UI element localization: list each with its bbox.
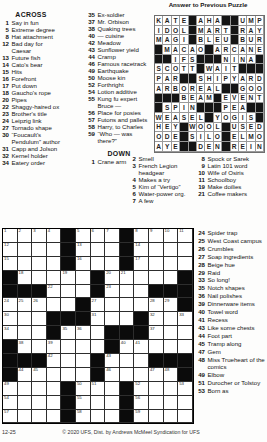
puzzle-cell[interactable]: 27: [91, 298, 106, 312]
puzzle-cell[interactable]: [164, 396, 179, 410]
answer-block: [222, 123, 230, 133]
puzzle-cell[interactable]: 52: [134, 382, 149, 396]
cell-number: 4: [48, 229, 50, 234]
across-clue-list-2: 35Ex-soldier37Mr. Orbison38Quaking trees…: [86, 11, 152, 144]
clue-text: Coffee makers: [208, 190, 267, 197]
puzzle-cell[interactable]: [105, 257, 120, 271]
answer-cell: N: [247, 45, 255, 55]
puzzle-cell[interactable]: [134, 354, 149, 368]
clue-number: 24: [0, 117, 12, 124]
answer-cell: A: [205, 84, 213, 94]
puzzle-cell[interactable]: 16: [76, 257, 91, 271]
clue: 22Shaggy-haired ox: [0, 103, 62, 110]
answer-block: [197, 103, 205, 113]
puzzle-cell[interactable]: [178, 243, 193, 257]
puzzle-cell[interactable]: [120, 285, 135, 299]
puzzle-cell[interactable]: [149, 257, 164, 271]
clue-text: Put down: [12, 82, 63, 89]
clue: 12Bad day for Caesar: [0, 40, 62, 54]
clue-number: 41: [196, 316, 208, 324]
puzzle-cell[interactable]: 34: [3, 326, 18, 340]
clue-text: Foot part: [208, 332, 267, 340]
puzzle-cell[interactable]: [134, 298, 149, 312]
clue-text: Hits: [12, 68, 63, 75]
puzzle-cell[interactable]: [120, 354, 135, 368]
puzzle-block: [61, 257, 76, 271]
puzzle-cell[interactable]: 48: [164, 368, 179, 382]
cell-number: 10: [165, 229, 170, 234]
puzzle-cell[interactable]: 9: [149, 229, 164, 243]
puzzle-block: [47, 326, 62, 340]
puzzle-block: [91, 354, 106, 368]
cell-number: 58: [77, 410, 82, 415]
cell-number: 47: [150, 368, 155, 373]
answer-cell: T: [222, 26, 230, 36]
answer-block: [189, 16, 197, 26]
cell-number: 28: [150, 299, 155, 304]
answer-cell: R: [222, 45, 230, 55]
answer-cell: O: [172, 64, 180, 74]
puzzle-cell[interactable]: 10: [164, 229, 179, 243]
puzzle-cell[interactable]: 51: [91, 382, 106, 396]
puzzle-cell[interactable]: 50: [76, 382, 91, 396]
clue-text: Schoolboy: [208, 176, 267, 183]
puzzle-cell[interactable]: [47, 298, 62, 312]
puzzle-cell[interactable]: [47, 382, 62, 396]
puzzle-cell[interactable]: [32, 243, 47, 257]
answer-cell: C: [163, 64, 171, 74]
puzzle-cell[interactable]: 28: [149, 298, 164, 312]
puzzle-cell[interactable]: [32, 396, 47, 410]
puzzle-cell[interactable]: 42: [47, 354, 62, 368]
puzzle-cell[interactable]: [76, 285, 91, 299]
clue: 44Cramp: [86, 53, 152, 60]
clue: 31Capp and Jolson: [0, 145, 62, 152]
puzzle-cell[interactable]: [18, 243, 33, 257]
answer-block: [180, 142, 188, 152]
puzzle-cell[interactable]: 13: [76, 243, 91, 257]
puzzle-cell[interactable]: [61, 340, 76, 354]
puzzle-cell[interactable]: [18, 382, 33, 396]
clue-number: 35: [86, 11, 98, 18]
answer-cell: B: [180, 94, 188, 104]
puzzle-cell[interactable]: 25: [18, 298, 33, 312]
clue-number: 48: [196, 356, 208, 372]
cell-number: 27: [92, 299, 97, 304]
across-clue-list-1: 1Say in fun5Extreme degree8Hat attachmen…: [0, 19, 62, 166]
cell-number: 18: [19, 271, 24, 276]
puzzle-cell[interactable]: [32, 257, 47, 271]
puzzle-cell[interactable]: 21: [120, 271, 135, 285]
puzzle-cell[interactable]: 49: [3, 382, 18, 396]
clue-text: West Coast campus: [208, 237, 267, 245]
cell-number: 2: [19, 229, 21, 234]
puzzle-cell[interactable]: 53: [178, 382, 193, 396]
clue: 41Recess: [196, 316, 266, 324]
answer-cell: I: [247, 142, 255, 152]
clue-text: Famous racetrack: [98, 60, 153, 67]
puzzle-block: [120, 382, 135, 396]
puzzle-cell[interactable]: 33: [178, 312, 193, 326]
puzzle-cell[interactable]: [18, 257, 33, 271]
puzzle-cell[interactable]: [47, 271, 62, 285]
puzzle-cell[interactable]: [32, 340, 47, 354]
cell-number: 37: [150, 327, 155, 332]
puzzle-cell[interactable]: [76, 354, 91, 368]
answer-cell: M: [247, 132, 255, 142]
puzzle-cell[interactable]: [61, 354, 76, 368]
puzzle-cell[interactable]: 47: [149, 368, 164, 382]
answer-cell: N: [189, 103, 197, 113]
clue-number: 23: [0, 110, 12, 117]
answer-cell: R: [214, 26, 222, 36]
clue-number: 43: [86, 46, 98, 53]
puzzle-cell[interactable]: [32, 410, 47, 424]
clue-number: 42: [86, 39, 98, 46]
puzzle-cell[interactable]: [149, 410, 164, 424]
answer-cell: C: [231, 45, 239, 55]
answer-cell: A: [155, 84, 163, 94]
puzzle-block: [18, 354, 33, 368]
puzzle-block: [120, 396, 135, 410]
answer-block: [155, 94, 163, 104]
puzzle-cell[interactable]: 36: [76, 326, 91, 340]
puzzle-cell[interactable]: 40: [120, 340, 135, 354]
puzzle-cell[interactable]: [105, 298, 120, 312]
puzzle-cell[interactable]: [120, 368, 135, 382]
clue: 36Nail polishes: [196, 292, 266, 300]
puzzle-cell[interactable]: 24: [3, 298, 18, 312]
clue: 53Born as: [196, 387, 266, 395]
answer-cell: R: [256, 35, 264, 45]
puzzle-cell[interactable]: [47, 243, 62, 257]
cell-number: 39: [48, 341, 53, 346]
answer-cell: R: [163, 84, 171, 94]
clue-number: 44: [196, 332, 208, 340]
puzzle-cell[interactable]: [32, 326, 47, 340]
puzzle-block: [178, 368, 193, 382]
puzzle-cell[interactable]: [105, 396, 120, 410]
puzzle-cell[interactable]: 35: [61, 326, 76, 340]
clue: 42Meadow: [86, 39, 152, 46]
answer-block: [172, 94, 180, 104]
clue: 3French Legion headgear: [127, 162, 195, 176]
clue: 39Dinnerware items: [196, 300, 266, 308]
copyright-line: © 2020 UFS, Dist. by Andrews McMeel Synd…: [56, 429, 206, 435]
clue-number: 45: [196, 340, 208, 348]
clue: 44Foot part: [196, 332, 266, 340]
puzzle-cell[interactable]: 44: [18, 368, 33, 382]
cell-number: 59: [135, 410, 140, 415]
puzzle-block: [3, 368, 18, 382]
puzzle-cell[interactable]: [134, 368, 149, 382]
answer-block: [189, 142, 197, 152]
puzzle-cell[interactable]: 23: [105, 285, 120, 299]
puzzle-cell[interactable]: [47, 410, 62, 424]
clue-number: 32: [0, 152, 12, 159]
puzzle-cell[interactable]: [164, 326, 179, 340]
puzzle-cell[interactable]: [91, 257, 106, 271]
puzzle-cell[interactable]: [164, 340, 179, 354]
answer-block: [180, 74, 188, 84]
clue-number: 27: [0, 124, 12, 131]
puzzle-cell[interactable]: 11: [178, 229, 193, 243]
puzzle-cell[interactable]: 31: [91, 312, 106, 326]
answer-cell: A: [239, 103, 247, 113]
clue-number: 17: [0, 82, 12, 89]
puzzle-cell[interactable]: 29: [164, 298, 179, 312]
puzzle-block: [32, 354, 47, 368]
puzzle-cell[interactable]: [61, 285, 76, 299]
clue-number: 1: [0, 19, 12, 26]
puzzle-block: [61, 229, 76, 243]
puzzle-cell[interactable]: [32, 312, 47, 326]
puzzle-block: [47, 312, 62, 326]
cell-number: 26: [33, 299, 38, 304]
puzzle-cell[interactable]: [47, 257, 62, 271]
answer-cell: R: [247, 74, 255, 84]
clue-text: Tramp along: [208, 340, 267, 348]
puzzle-cell[interactable]: 2: [18, 229, 33, 243]
puzzle-block: [178, 285, 193, 299]
puzzle-cell[interactable]: [120, 298, 135, 312]
puzzle-cell[interactable]: 57: [3, 410, 18, 424]
puzzle-cell[interactable]: [91, 396, 106, 410]
answer-block: [205, 55, 213, 65]
puzzle-cell[interactable]: [18, 326, 33, 340]
cell-number: 17: [135, 257, 140, 262]
answer-cell: N: [222, 55, 230, 65]
clue-number: 43: [196, 324, 208, 332]
puzzle-cell[interactable]: [149, 243, 164, 257]
puzzle-cell[interactable]: 6: [91, 229, 106, 243]
cell-number: 21: [121, 271, 126, 276]
clue: 7A few: [127, 197, 195, 204]
puzzle-cell[interactable]: [18, 410, 33, 424]
puzzle-cell[interactable]: 20: [105, 271, 120, 285]
puzzle-cell[interactable]: [61, 298, 76, 312]
answer-block: [197, 64, 205, 74]
answer-block: [256, 113, 264, 123]
answer-cell: E: [189, 94, 197, 104]
puzzle-cell[interactable]: 1: [3, 229, 18, 243]
answer-block: [214, 55, 222, 65]
answer-cell: V: [231, 94, 239, 104]
puzzle-cell[interactable]: [76, 271, 91, 285]
answer-cell: F: [180, 55, 188, 65]
clue: 23Brother's title: [0, 110, 62, 117]
clue-number: 5: [127, 183, 139, 190]
clue: 17Put down: [0, 82, 62, 89]
clue-text: Meadow: [98, 39, 153, 46]
puzzle-block: [32, 285, 47, 299]
clue-text: Place for posies: [98, 109, 153, 116]
answer-block: [155, 45, 163, 55]
answer-cell: A: [197, 94, 205, 104]
puzzle-block: [178, 298, 193, 312]
puzzle-cell[interactable]: [105, 382, 120, 396]
clue-text: Leipzig link: [12, 117, 63, 124]
clue-text: Kung fu expert Bruce —: [98, 95, 153, 109]
puzzle-cell[interactable]: 22: [47, 285, 62, 299]
puzzle-cell[interactable]: [76, 340, 91, 354]
puzzle-cell[interactable]: 15: [3, 257, 18, 271]
clue-number: 12: [0, 40, 12, 54]
puzzle-cell[interactable]: [149, 340, 164, 354]
cell-number: 19: [62, 271, 67, 276]
puzzle-cell[interactable]: 55: [76, 396, 91, 410]
puzzle-cell[interactable]: 14: [134, 243, 149, 257]
puzzle-cell[interactable]: [61, 368, 76, 382]
answer-block: [231, 35, 239, 45]
cell-number: 43: [106, 354, 111, 359]
puzzle-cell[interactable]: [91, 243, 106, 257]
puzzle-cell[interactable]: 8: [134, 229, 149, 243]
puzzle-cell[interactable]: [18, 396, 33, 410]
answer-block: [205, 103, 213, 113]
puzzle-cell[interactable]: 4: [47, 229, 62, 243]
clue: 14Cato's bear: [0, 61, 62, 68]
puzzle-cell[interactable]: [18, 312, 33, 326]
puzzle-cell[interactable]: 45: [32, 368, 47, 382]
answer-cell: A: [214, 16, 222, 26]
puzzle-cell[interactable]: 43: [105, 354, 120, 368]
puzzle-cell[interactable]: 18: [18, 271, 33, 285]
puzzle-cell[interactable]: [47, 396, 62, 410]
puzzle-cell[interactable]: 5: [76, 229, 91, 243]
cell-number: 13: [77, 243, 82, 248]
puzzle-cell[interactable]: [47, 368, 62, 382]
cell-number: 8: [135, 229, 137, 234]
puzzle-cell[interactable]: [178, 340, 193, 354]
puzzle-cell[interactable]: [178, 396, 193, 410]
puzzle-cell[interactable]: [164, 257, 179, 271]
puzzle-cell[interactable]: [105, 410, 120, 424]
answer-cell: L: [205, 132, 213, 142]
puzzle-cell[interactable]: 30: [3, 312, 18, 326]
puzzle-cell[interactable]: [164, 243, 179, 257]
puzzle-cell[interactable]: 54: [3, 396, 18, 410]
cell-number: 24: [4, 299, 9, 304]
clue: 6Water-power org.: [127, 190, 195, 197]
puzzle-cell[interactable]: [149, 271, 164, 285]
puzzle-cell[interactable]: [178, 326, 193, 340]
clue: 32Kernel holder: [0, 152, 62, 159]
puzzle-cell[interactable]: [149, 382, 164, 396]
answer-cell: T: [189, 64, 197, 74]
down-clue-list-2: 8Spock or Sarek9Latin 101 word10Wife of …: [196, 155, 266, 197]
answer-cell: H: [205, 74, 213, 84]
answer-cell: D: [256, 123, 264, 133]
answer-block: [163, 94, 171, 104]
answer-cell: E: [256, 45, 264, 55]
clue-number: 3: [127, 162, 139, 176]
puzzle-cell[interactable]: [32, 271, 47, 285]
clue: 37Mr. Orbison: [86, 18, 152, 25]
puzzle-cell[interactable]: 7: [105, 229, 120, 243]
puzzle-cell[interactable]: [164, 382, 179, 396]
puzzle-block: [120, 257, 135, 271]
clue-number: 13: [0, 54, 12, 61]
puzzle-cell[interactable]: [134, 271, 149, 285]
answer-cell: L: [197, 113, 205, 123]
puzzle-cell[interactable]: 39: [47, 340, 62, 354]
puzzle-cell[interactable]: 32: [149, 312, 164, 326]
cell-number: 32: [150, 313, 155, 318]
answer-cell: E: [172, 142, 180, 152]
answer-cell: A: [197, 16, 205, 26]
puzzle-cell[interactable]: [134, 285, 149, 299]
puzzle-cell[interactable]: 26: [32, 298, 47, 312]
clue: 21Coffee makers: [196, 190, 266, 197]
answer-cell: E: [163, 123, 171, 133]
puzzle-cell[interactable]: [32, 382, 47, 396]
answer-cell: A: [163, 35, 171, 45]
clue-number: 50: [86, 74, 98, 81]
cell-number: 9: [150, 229, 152, 234]
clue: 18Gaucho's rope: [0, 89, 62, 96]
clue-text: Kernel holder: [12, 152, 63, 159]
puzzle-cell[interactable]: [164, 271, 179, 285]
puzzle-cell[interactable]: [178, 257, 193, 271]
puzzle-cell[interactable]: 19: [61, 271, 76, 285]
puzzle-cell[interactable]: 41: [134, 340, 149, 354]
clue: 34Eatery order: [0, 159, 62, 166]
puzzle-cell[interactable]: 12: [3, 243, 18, 257]
puzzle-cell[interactable]: [91, 340, 106, 354]
clue: 25West Coast campus: [196, 237, 266, 245]
puzzle-cell[interactable]: 56: [134, 396, 149, 410]
answer-cell: I: [172, 55, 180, 65]
puzzle-cell[interactable]: 37: [149, 326, 164, 340]
cell-number: 3: [33, 229, 35, 234]
clue-text: So long!: [208, 276, 267, 284]
clue-number: 31: [0, 145, 12, 152]
puzzle-cell[interactable]: [76, 368, 91, 382]
answer-block: [163, 55, 171, 65]
clue-text: Like some chests: [208, 324, 267, 332]
clue-text: Brother's title: [12, 110, 63, 117]
answer-cell: I: [180, 103, 188, 113]
puzzle-cell[interactable]: [178, 410, 193, 424]
puzzle-cell[interactable]: [149, 396, 164, 410]
puzzle-cell[interactable]: [91, 410, 106, 424]
puzzle-cell[interactable]: 3: [32, 229, 47, 243]
clue-number: 55: [86, 95, 98, 109]
answer-block: [231, 26, 239, 36]
puzzle-cell[interactable]: 59: [134, 410, 149, 424]
puzzle-cell[interactable]: [105, 243, 120, 257]
puzzle-cell[interactable]: [105, 312, 120, 326]
puzzle-cell[interactable]: [91, 326, 106, 340]
puzzle-cell[interactable]: 38: [18, 340, 33, 354]
puzzle-cell[interactable]: 17: [134, 257, 149, 271]
clue: 45Tramp along: [196, 340, 266, 348]
puzzle-block: [3, 340, 18, 354]
puzzle-cell[interactable]: [164, 410, 179, 424]
puzzle-cell[interactable]: 46: [105, 368, 120, 382]
clue-text: Say in fun: [12, 19, 63, 26]
puzzle-cell[interactable]: 58: [76, 410, 91, 424]
clue-text: Forthright: [98, 81, 153, 88]
clue-number: 19: [196, 183, 208, 190]
puzzle-cell[interactable]: [164, 312, 179, 326]
puzzle-cell[interactable]: [120, 312, 135, 326]
clue: 4Makes a try: [127, 176, 195, 183]
puzzle-block: [178, 271, 193, 285]
puzzle-block: [61, 312, 76, 326]
puzzle-block: [134, 312, 149, 326]
